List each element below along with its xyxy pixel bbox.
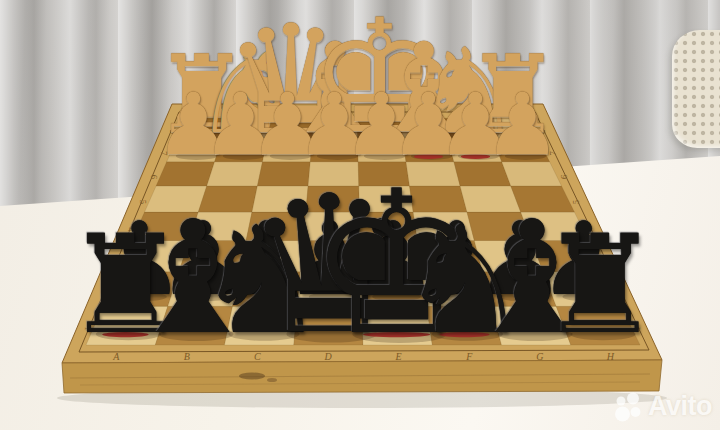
square-g3 [474, 241, 543, 272]
rank-label-left-2: 2 [99, 290, 109, 294]
file-label-d: D [323, 351, 332, 362]
square-g4 [467, 212, 531, 240]
file-label-f: F [465, 351, 473, 362]
piece-shadow [570, 328, 635, 340]
board-front-edge [62, 360, 662, 393]
rank-label-right-4: 4 [584, 226, 594, 231]
avito-watermark: Avito [614, 391, 712, 422]
rank-label-left-5: 5 [138, 200, 148, 204]
piece-shadow [505, 152, 546, 160]
avito-wordmark: Avito [648, 391, 712, 422]
rank-label-left-7: 7 [159, 151, 169, 155]
square-e3 [360, 241, 422, 272]
rank-label-left-3: 3 [113, 257, 123, 261]
red-felt-base [439, 332, 489, 337]
piece-shadow [364, 152, 405, 160]
rank-label-left-8: 8 [168, 130, 178, 134]
square-d5 [306, 186, 360, 212]
piece-shadow [563, 292, 611, 301]
rank-label-right-3: 3 [598, 257, 608, 261]
square-f4 [413, 212, 474, 240]
square-a6 [156, 162, 215, 186]
piece-shadow [118, 292, 166, 301]
square-e6 [358, 162, 409, 186]
avito-logo [614, 392, 644, 422]
file-label-h: H [606, 351, 615, 362]
square-f6 [406, 162, 460, 186]
rank-label-right-1: 1 [632, 326, 642, 330]
square-d3 [300, 241, 361, 272]
square-c5 [252, 186, 308, 212]
square-f3 [417, 241, 482, 272]
piece-shadow [498, 327, 573, 341]
square-e4 [360, 212, 418, 240]
chess-board: ABCDEFGH1122334455667788 [0, 0, 720, 430]
piece-shadow [223, 152, 264, 160]
piece-shadow [490, 129, 542, 139]
photo-scene: ABCDEFGH1122334455667788 ♜♞♛♝♚♝♞♜♟♟♟♟♟♟♟… [0, 0, 720, 430]
red-felt-base [102, 332, 148, 337]
rank-label-left-1: 1 [83, 326, 93, 330]
red-felt-base [414, 154, 443, 159]
piece-shadow [372, 292, 420, 301]
red-felt-base [363, 332, 430, 337]
rank-label-right-6: 6 [559, 175, 569, 179]
rank-label-left-4: 4 [126, 227, 136, 232]
square-b4 [189, 212, 252, 240]
piece-shadow [245, 292, 293, 301]
rank-label-left-6: 6 [149, 175, 159, 179]
square-b5 [198, 186, 257, 212]
square-c4 [246, 212, 306, 240]
piece-shadow [436, 292, 484, 301]
wood-stain [267, 378, 277, 382]
piece-shadow [499, 292, 547, 301]
square-g6 [454, 162, 511, 186]
square-b3 [179, 241, 246, 272]
piece-shadow [270, 152, 311, 160]
red-felt-base [461, 154, 490, 159]
square-b6 [207, 162, 263, 186]
wood-stain [239, 373, 265, 380]
rank-label-right-2: 2 [614, 290, 624, 294]
square-d4 [303, 212, 360, 240]
piece-shadow [176, 152, 217, 160]
square-g5 [460, 186, 521, 212]
file-label-b: B [184, 351, 190, 362]
piece-shadow [309, 292, 357, 301]
file-label-g: G [536, 351, 543, 362]
file-label-a: A [112, 351, 120, 362]
file-label-c: C [254, 351, 261, 362]
piece-shadow [159, 327, 234, 341]
piece-shadow [182, 292, 230, 301]
piece-shadow [317, 152, 358, 160]
rank-label-right-7: 7 [548, 151, 558, 155]
square-c3 [240, 241, 304, 272]
file-label-e: E [395, 351, 402, 362]
square-f5 [410, 186, 468, 212]
square-d6 [308, 162, 359, 186]
rank-label-right-5: 5 [571, 200, 581, 204]
square-e5 [359, 186, 413, 212]
square-c6 [257, 162, 310, 186]
